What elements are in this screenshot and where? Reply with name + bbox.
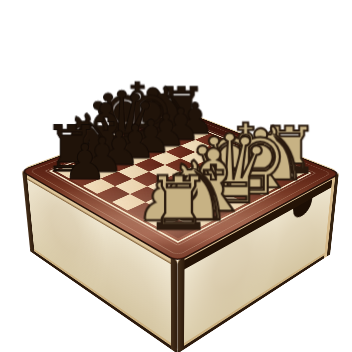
chess-box: ♜♞♝♛♚♝♞♜♟♟♟♟♟♟♟♟♟♟♟♟♟♟♟♟♜♞♝♛♚♝♞♜ [19,111,341,263]
bottom-trim [30,246,178,352]
bottom-trim [177,249,330,352]
piece-white-rook-a1[interactable]: ♜ [127,166,231,240]
chess-set-photo: ♜♞♝♛♚♝♞♜♟♟♟♟♟♟♟♟♟♟♟♟♟♟♟♟♜♞♝♛♚♝♞♜ [0,0,352,352]
corner-post-south [177,257,184,352]
